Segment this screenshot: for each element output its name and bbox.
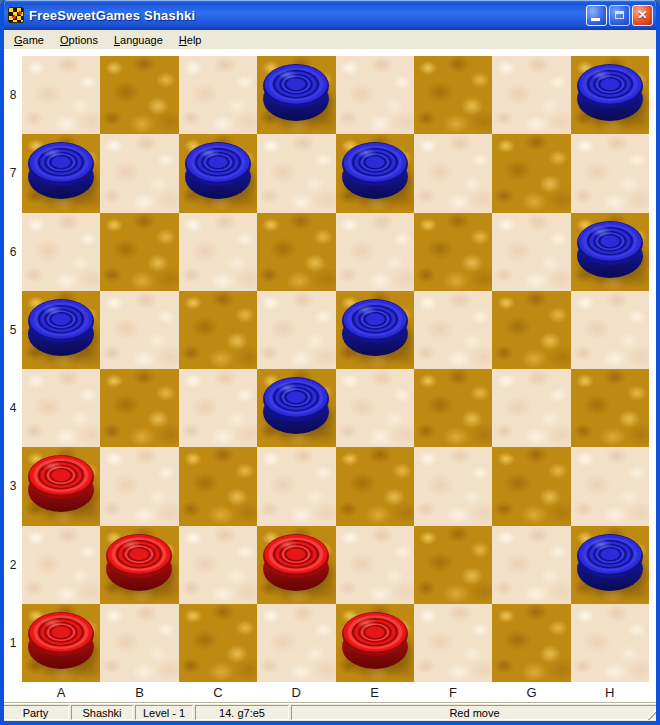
square-h3[interactable]	[571, 447, 649, 525]
square-f3[interactable]	[414, 447, 492, 525]
rank-label-1: 1	[4, 604, 22, 682]
party-panel: Party	[2, 705, 69, 720]
file-label-f: F	[414, 682, 492, 702]
rank-label-5: 5	[4, 291, 22, 369]
menu-language[interactable]: Language	[106, 32, 171, 48]
menu-options[interactable]: Options	[52, 32, 106, 48]
file-label-a: A	[22, 682, 100, 702]
rank-label-2: 2	[4, 526, 22, 604]
square-b3[interactable]	[100, 447, 178, 525]
square-a5[interactable]	[22, 291, 100, 369]
square-d7[interactable]	[257, 134, 335, 212]
piece-face	[28, 612, 94, 656]
app-icon	[8, 7, 24, 23]
square-a1[interactable]	[22, 604, 100, 682]
square-a4[interactable]	[22, 369, 100, 447]
square-d4[interactable]	[257, 369, 335, 447]
maximize-icon	[615, 11, 624, 19]
square-h8[interactable]	[571, 56, 649, 134]
piece-blue-man-e5[interactable]	[342, 299, 408, 357]
square-d6[interactable]	[257, 213, 335, 291]
square-b6[interactable]	[100, 213, 178, 291]
file-label-g: G	[492, 682, 570, 702]
piece-blue-man-h8[interactable]	[577, 64, 643, 122]
piece-blue-man-e7[interactable]	[342, 142, 408, 200]
square-g5[interactable]	[492, 291, 570, 369]
menu-game[interactable]: Game	[6, 32, 52, 48]
rank-label-3: 3	[4, 447, 22, 525]
square-e3[interactable]	[336, 447, 414, 525]
square-h1[interactable]	[571, 604, 649, 682]
square-c4[interactable]	[179, 369, 257, 447]
minimize-button[interactable]	[586, 5, 607, 26]
rank-label-6: 6	[4, 213, 22, 291]
game-name-panel: Shashki	[71, 705, 133, 720]
piece-face	[28, 142, 94, 186]
square-c2[interactable]	[179, 526, 257, 604]
checkers-board	[22, 56, 649, 682]
piece-face	[106, 534, 172, 578]
square-a8[interactable]	[22, 56, 100, 134]
square-g8[interactable]	[492, 56, 570, 134]
board-area: 87654321 ABCDEFGH	[0, 50, 660, 702]
square-c3[interactable]	[179, 447, 257, 525]
close-button[interactable]: ✕	[632, 5, 653, 26]
piece-red-man-d2[interactable]	[263, 534, 329, 592]
square-h4[interactable]	[571, 369, 649, 447]
square-e2[interactable]	[336, 526, 414, 604]
column-labels: ABCDEFGH	[22, 682, 649, 702]
square-g3[interactable]	[492, 447, 570, 525]
rank-label-8: 8	[4, 56, 22, 134]
app-window: FreeSweetGames Shashki ✕ GameOptionsLang…	[0, 0, 660, 725]
piece-red-man-a3[interactable]	[28, 455, 94, 513]
square-c7[interactable]	[179, 134, 257, 212]
piece-face	[28, 455, 94, 499]
close-icon: ✕	[637, 9, 647, 21]
title-bar[interactable]: FreeSweetGames Shashki ✕	[0, 0, 660, 30]
window-controls: ✕	[586, 5, 653, 26]
file-label-d: D	[257, 682, 335, 702]
square-h6[interactable]	[571, 213, 649, 291]
square-c1[interactable]	[179, 604, 257, 682]
square-b8[interactable]	[100, 56, 178, 134]
piece-red-man-e1[interactable]	[342, 612, 408, 670]
piece-face	[185, 142, 251, 186]
square-e6[interactable]	[336, 213, 414, 291]
piece-blue-man-c7[interactable]	[185, 142, 251, 200]
square-b5[interactable]	[100, 291, 178, 369]
square-g2[interactable]	[492, 526, 570, 604]
square-b7[interactable]	[100, 134, 178, 212]
square-f1[interactable]	[414, 604, 492, 682]
square-h5[interactable]	[571, 291, 649, 369]
square-f6[interactable]	[414, 213, 492, 291]
square-g7[interactable]	[492, 134, 570, 212]
menu-bar: GameOptionsLanguageHelp	[0, 30, 660, 50]
file-label-e: E	[336, 682, 414, 702]
square-d5[interactable]	[257, 291, 335, 369]
square-b2[interactable]	[100, 526, 178, 604]
square-a2[interactable]	[22, 526, 100, 604]
square-c6[interactable]	[179, 213, 257, 291]
minimize-icon	[591, 18, 600, 21]
square-d2[interactable]	[257, 526, 335, 604]
rank-label-4: 4	[4, 369, 22, 447]
piece-face	[263, 64, 329, 108]
square-g1[interactable]	[492, 604, 570, 682]
row-labels: 87654321	[4, 56, 22, 682]
piece-face	[263, 377, 329, 421]
square-e4[interactable]	[336, 369, 414, 447]
window-title: FreeSweetGames Shashki	[29, 8, 586, 23]
menu-help[interactable]: Help	[171, 32, 210, 48]
square-f5[interactable]	[414, 291, 492, 369]
file-label-h: H	[571, 682, 649, 702]
piece-face	[577, 534, 643, 578]
square-f4[interactable]	[414, 369, 492, 447]
square-a3[interactable]	[22, 447, 100, 525]
piece-blue-man-d4[interactable]	[263, 377, 329, 435]
square-d1[interactable]	[257, 604, 335, 682]
square-a6[interactable]	[22, 213, 100, 291]
square-d8[interactable]	[257, 56, 335, 134]
piece-blue-man-h2[interactable]	[577, 534, 643, 592]
square-g6[interactable]	[492, 213, 570, 291]
piece-blue-man-h6[interactable]	[577, 221, 643, 279]
piece-face	[28, 299, 94, 343]
piece-face	[577, 221, 643, 265]
square-c8[interactable]	[179, 56, 257, 134]
file-label-c: C	[179, 682, 257, 702]
square-b4[interactable]	[100, 369, 178, 447]
piece-blue-man-a5[interactable]	[28, 299, 94, 357]
piece-face	[342, 142, 408, 186]
square-h2[interactable]	[571, 526, 649, 604]
rank-label-7: 7	[4, 134, 22, 212]
square-e5[interactable]	[336, 291, 414, 369]
piece-face	[342, 612, 408, 656]
square-f2[interactable]	[414, 526, 492, 604]
square-e8[interactable]	[336, 56, 414, 134]
square-a7[interactable]	[22, 134, 100, 212]
level-panel: Level - 1	[135, 705, 193, 720]
square-e1[interactable]	[336, 604, 414, 682]
square-d3[interactable]	[257, 447, 335, 525]
square-f8[interactable]	[414, 56, 492, 134]
piece-face	[577, 64, 643, 108]
square-h7[interactable]	[571, 134, 649, 212]
file-label-b: B	[100, 682, 178, 702]
piece-face	[263, 534, 329, 578]
last-move-panel: 14. g7:e5	[195, 705, 289, 720]
square-b1[interactable]	[100, 604, 178, 682]
piece-red-man-b2[interactable]	[106, 534, 172, 592]
square-c5[interactable]	[179, 291, 257, 369]
piece-blue-man-d8[interactable]	[263, 64, 329, 122]
square-e7[interactable]	[336, 134, 414, 212]
maximize-button[interactable]	[609, 5, 630, 26]
piece-blue-man-a7[interactable]	[28, 142, 94, 200]
status-bar: PartyShashkiLevel - 114. g7:e5Red move	[0, 702, 660, 721]
square-f7[interactable]	[414, 134, 492, 212]
piece-face	[342, 299, 408, 343]
piece-red-man-a1[interactable]	[28, 612, 94, 670]
square-g4[interactable]	[492, 369, 570, 447]
turn-indicator-panel: Red move	[291, 705, 658, 720]
